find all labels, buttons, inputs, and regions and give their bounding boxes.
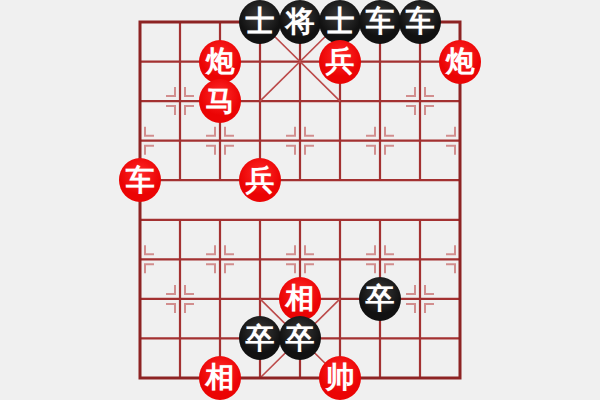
piece-red-soldier[interactable]: 兵: [239, 158, 281, 202]
piece-black-advisor[interactable]: 士: [319, 0, 361, 44]
piece-red-general[interactable]: 帅: [319, 356, 361, 400]
piece-red-cannon[interactable]: 炮: [439, 40, 481, 84]
piece-black-chariot[interactable]: 车: [359, 0, 401, 44]
piece-red-soldier[interactable]: 兵: [319, 40, 361, 84]
piece-black-soldier[interactable]: 卒: [359, 277, 401, 321]
piece-black-soldier[interactable]: 卒: [279, 316, 321, 360]
piece-black-soldier[interactable]: 卒: [239, 316, 281, 360]
piece-black-advisor[interactable]: 士: [239, 0, 281, 44]
xiangqi-board: 士将士车车炮兵炮马车兵相卒卒卒相帅: [0, 0, 600, 400]
piece-red-elephant[interactable]: 相: [199, 356, 241, 400]
piece-red-horse[interactable]: 马: [199, 79, 241, 123]
piece-red-cannon[interactable]: 炮: [199, 40, 241, 84]
piece-red-chariot[interactable]: 车: [119, 158, 161, 202]
piece-black-general[interactable]: 将: [279, 0, 321, 44]
piece-red-elephant[interactable]: 相: [279, 277, 321, 321]
piece-black-chariot[interactable]: 车: [399, 0, 441, 44]
xiangqi-app: 士将士车车炮兵炮马车兵相卒卒卒相帅: [0, 0, 600, 400]
board-grid: 士将士车车炮兵炮马车兵相卒卒卒相帅: [120, 2, 480, 398]
